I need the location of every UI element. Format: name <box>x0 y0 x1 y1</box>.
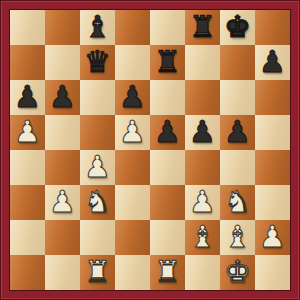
piece-white-pawn: ♟ <box>115 115 150 150</box>
piece-black-rook: ♜ <box>150 45 185 80</box>
piece-white-knight: ♞ <box>80 185 115 220</box>
square-b8[interactable] <box>45 10 80 45</box>
square-h7[interactable]: ♟ <box>255 45 290 80</box>
square-b1[interactable] <box>45 255 80 290</box>
square-d4[interactable] <box>115 150 150 185</box>
square-g7[interactable] <box>220 45 255 80</box>
square-a5[interactable]: ♟ <box>10 115 45 150</box>
square-b7[interactable] <box>45 45 80 80</box>
square-c2[interactable] <box>80 220 115 255</box>
board: ♝♜♚♛♜♟♟♟♟♟♟♟♟♟♟♟♞♟♞♝♝♟♜♜♚ <box>10 10 290 290</box>
piece-white-king: ♚ <box>220 255 255 290</box>
piece-white-pawn: ♟ <box>10 115 45 150</box>
piece-black-pawn: ♟ <box>255 45 290 80</box>
piece-white-rook: ♜ <box>80 255 115 290</box>
square-e8[interactable] <box>150 10 185 45</box>
square-a7[interactable] <box>10 45 45 80</box>
square-a6[interactable]: ♟ <box>10 80 45 115</box>
square-f5[interactable]: ♟ <box>185 115 220 150</box>
piece-white-pawn: ♟ <box>185 185 220 220</box>
piece-white-bishop: ♝ <box>220 220 255 255</box>
square-c4[interactable]: ♟ <box>80 150 115 185</box>
square-f3[interactable]: ♟ <box>185 185 220 220</box>
square-h1[interactable] <box>255 255 290 290</box>
square-f4[interactable] <box>185 150 220 185</box>
square-h4[interactable] <box>255 150 290 185</box>
piece-white-bishop: ♝ <box>185 220 220 255</box>
square-f1[interactable] <box>185 255 220 290</box>
square-a4[interactable] <box>10 150 45 185</box>
piece-black-pawn: ♟ <box>220 115 255 150</box>
piece-black-pawn: ♟ <box>185 115 220 150</box>
square-e3[interactable] <box>150 185 185 220</box>
square-d2[interactable] <box>115 220 150 255</box>
square-e7[interactable]: ♜ <box>150 45 185 80</box>
square-e5[interactable]: ♟ <box>150 115 185 150</box>
square-d6[interactable]: ♟ <box>115 80 150 115</box>
square-h2[interactable]: ♟ <box>255 220 290 255</box>
piece-black-bishop: ♝ <box>80 10 115 45</box>
square-d1[interactable] <box>115 255 150 290</box>
piece-black-pawn: ♟ <box>150 115 185 150</box>
square-c3[interactable]: ♞ <box>80 185 115 220</box>
piece-black-pawn: ♟ <box>10 80 45 115</box>
piece-white-rook: ♜ <box>150 255 185 290</box>
square-d7[interactable] <box>115 45 150 80</box>
square-c8[interactable]: ♝ <box>80 10 115 45</box>
square-d8[interactable] <box>115 10 150 45</box>
square-b5[interactable] <box>45 115 80 150</box>
square-e1[interactable]: ♜ <box>150 255 185 290</box>
square-h3[interactable] <box>255 185 290 220</box>
square-b6[interactable]: ♟ <box>45 80 80 115</box>
square-h8[interactable] <box>255 10 290 45</box>
square-g3[interactable]: ♞ <box>220 185 255 220</box>
piece-white-pawn: ♟ <box>255 220 290 255</box>
square-c6[interactable] <box>80 80 115 115</box>
square-b4[interactable] <box>45 150 80 185</box>
square-b3[interactable]: ♟ <box>45 185 80 220</box>
square-a1[interactable] <box>10 255 45 290</box>
square-g4[interactable] <box>220 150 255 185</box>
square-c5[interactable] <box>80 115 115 150</box>
square-d5[interactable]: ♟ <box>115 115 150 150</box>
piece-black-queen: ♛ <box>80 45 115 80</box>
square-c1[interactable]: ♜ <box>80 255 115 290</box>
square-g2[interactable]: ♝ <box>220 220 255 255</box>
square-d3[interactable] <box>115 185 150 220</box>
piece-black-pawn: ♟ <box>45 80 80 115</box>
piece-black-king: ♚ <box>220 10 255 45</box>
board-frame: ♝♜♚♛♜♟♟♟♟♟♟♟♟♟♟♟♞♟♞♝♝♟♜♜♚ <box>0 0 300 300</box>
square-f2[interactable]: ♝ <box>185 220 220 255</box>
square-c7[interactable]: ♛ <box>80 45 115 80</box>
square-e4[interactable] <box>150 150 185 185</box>
piece-white-knight: ♞ <box>220 185 255 220</box>
piece-black-pawn: ♟ <box>115 80 150 115</box>
square-g1[interactable]: ♚ <box>220 255 255 290</box>
square-a3[interactable] <box>10 185 45 220</box>
square-f6[interactable] <box>185 80 220 115</box>
square-g5[interactable]: ♟ <box>220 115 255 150</box>
square-h5[interactable] <box>255 115 290 150</box>
square-a2[interactable] <box>10 220 45 255</box>
square-e2[interactable] <box>150 220 185 255</box>
piece-white-pawn: ♟ <box>45 185 80 220</box>
square-f7[interactable] <box>185 45 220 80</box>
square-g6[interactable] <box>220 80 255 115</box>
square-b2[interactable] <box>45 220 80 255</box>
square-f8[interactable]: ♜ <box>185 10 220 45</box>
square-a8[interactable] <box>10 10 45 45</box>
square-h6[interactable] <box>255 80 290 115</box>
piece-black-rook: ♜ <box>185 10 220 45</box>
piece-white-pawn: ♟ <box>80 150 115 185</box>
square-g8[interactable]: ♚ <box>220 10 255 45</box>
square-e6[interactable] <box>150 80 185 115</box>
